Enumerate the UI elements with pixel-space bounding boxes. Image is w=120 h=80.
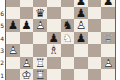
square-g3[interactable] (88, 44, 102, 56)
piece-glyph: ♞ (61, 19, 75, 31)
square-g6[interactable] (88, 7, 102, 19)
white-knight-e4[interactable]: ♞♘ (61, 32, 75, 44)
square-g7[interactable] (88, 0, 102, 7)
square-h6[interactable] (101, 7, 115, 19)
piece-outline: ♗ (47, 44, 61, 56)
square-e4[interactable]: ♞♘ (61, 32, 75, 44)
square-f4[interactable]: ♟ (74, 32, 88, 44)
square-a5[interactable]: ♟ (6, 19, 20, 31)
square-f1[interactable] (74, 69, 88, 80)
square-d2[interactable] (47, 57, 61, 69)
square-g2[interactable] (88, 57, 102, 69)
square-a7[interactable] (6, 0, 20, 7)
square-c4[interactable] (33, 32, 47, 44)
white-pawn-f5[interactable]: ♟♙ (74, 19, 88, 31)
piece-glyph: ♟ (6, 19, 20, 31)
square-b5[interactable]: ♟ (20, 19, 34, 31)
square-h2[interactable]: ♟♙ (101, 57, 115, 69)
piece-outline: ♙ (6, 44, 20, 56)
piece-glyph: ♟ (20, 19, 34, 31)
square-d6[interactable] (47, 7, 61, 19)
piece-glyph: ♟ (74, 32, 88, 44)
square-e3[interactable] (61, 44, 75, 56)
square-h4[interactable]: ♛♕ (101, 32, 115, 44)
black-pawn-f4[interactable]: ♟ (74, 32, 88, 44)
square-h5[interactable] (101, 19, 115, 31)
piece-outline: ♙ (74, 19, 88, 31)
piece-outline: ♖ (33, 69, 47, 80)
white-pawn-h2[interactable]: ♟♙ (101, 57, 115, 69)
white-queen-h4[interactable]: ♛♕ (101, 32, 115, 44)
square-b1[interactable]: ♚♔ (20, 69, 34, 80)
square-e7[interactable] (61, 0, 75, 7)
white-bishop-d3[interactable]: ♝♗ (47, 44, 61, 56)
square-f3[interactable] (74, 44, 88, 56)
piece-outline: ♔ (20, 69, 34, 80)
piece-glyph: ♟ (101, 0, 115, 7)
rank-label-4: 4 (0, 35, 4, 42)
white-king-b1[interactable]: ♚♔ (20, 69, 34, 80)
white-pawn-c5[interactable]: ♟♙ (33, 19, 47, 31)
rank-label-5: 5 (0, 22, 4, 29)
square-h1[interactable] (101, 69, 115, 80)
square-d7[interactable] (47, 0, 61, 7)
rank-label-3: 3 (0, 47, 4, 54)
black-pawn-h7[interactable]: ♟ (101, 0, 115, 7)
square-a1[interactable] (6, 69, 20, 80)
rank-label-1: 1 (0, 72, 4, 79)
square-g5[interactable] (88, 19, 102, 31)
rank-label-2: 2 (0, 59, 4, 66)
square-a3[interactable]: ♟♙ (6, 44, 20, 56)
square-b4[interactable] (20, 32, 34, 44)
white-pawn-a3[interactable]: ♟♙ (6, 44, 20, 56)
square-g1[interactable] (88, 69, 102, 80)
square-e2[interactable] (61, 57, 75, 69)
square-g4[interactable] (88, 32, 102, 44)
square-c1[interactable]: ♜♖ (33, 69, 47, 80)
square-e5[interactable]: ♞ (61, 19, 75, 31)
chess-diagram: ♟♟♛♟♟♟♟♙♞♟♙♟♞♘♟♛♕♟♙♝♗♟♙♜♖♟♙♚♔♜♖ 654321 (0, 0, 120, 80)
piece-outline: ♕ (101, 32, 115, 44)
square-f2[interactable] (74, 57, 88, 69)
black-pawn-b5[interactable]: ♟ (20, 19, 34, 31)
black-knight-e5[interactable]: ♞ (61, 19, 75, 31)
square-h3[interactable] (101, 44, 115, 56)
piece-outline: ♙ (101, 57, 115, 69)
black-pawn-a5[interactable]: ♟ (6, 19, 20, 31)
square-b7[interactable] (20, 0, 34, 7)
square-b3[interactable] (20, 44, 34, 56)
square-h7[interactable]: ♟ (101, 0, 115, 7)
square-a2[interactable] (6, 57, 20, 69)
square-d1[interactable] (47, 69, 61, 80)
square-f5[interactable]: ♟♙ (74, 19, 88, 31)
piece-outline: ♘ (61, 32, 75, 44)
chess-board: ♟♟♛♟♟♟♟♙♞♟♙♟♞♘♟♛♕♟♙♝♗♟♙♜♖♟♙♚♔♜♖ (5, 0, 116, 80)
square-c3[interactable] (33, 44, 47, 56)
white-rook-c1[interactable]: ♜♖ (33, 69, 47, 80)
square-e1[interactable] (61, 69, 75, 80)
rank-label-6: 6 (0, 10, 4, 17)
square-d3[interactable]: ♝♗ (47, 44, 61, 56)
piece-outline: ♙ (33, 19, 47, 31)
square-d5[interactable] (47, 19, 61, 31)
square-c5[interactable]: ♟♙ (33, 19, 47, 31)
